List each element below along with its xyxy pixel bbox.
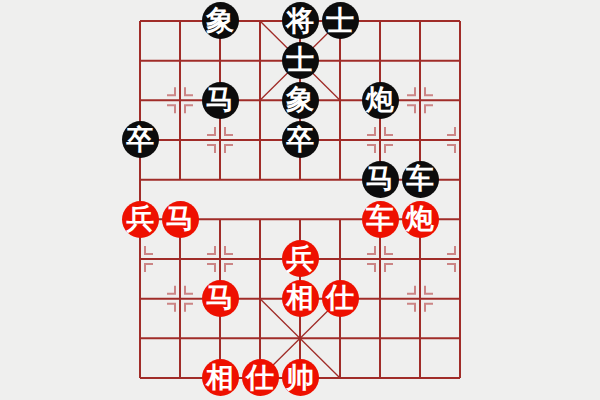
board-point: [440, 120, 480, 160]
board-point: [240, 199, 280, 239]
board-point: [440, 80, 480, 120]
board-point: [240, 239, 280, 279]
piece-black-elephant[interactable]: 象: [282, 82, 319, 119]
piece-red-advisor[interactable]: 仕: [322, 280, 359, 317]
board-point: 马: [160, 199, 200, 239]
board-point: [440, 318, 480, 358]
board-point: [200, 318, 240, 358]
board-point: [400, 1, 440, 41]
piece-black-horse[interactable]: 马: [362, 161, 399, 198]
piece-red-soldier[interactable]: 兵: [122, 201, 159, 238]
piece-red-horse[interactable]: 马: [202, 280, 239, 317]
board-point: [400, 279, 440, 319]
board-point: [160, 120, 200, 160]
board-point: [360, 120, 400, 160]
piece-red-elephant[interactable]: 相: [282, 280, 319, 317]
board-point: [400, 120, 440, 160]
board-point: [240, 80, 280, 120]
board-point: 炮: [400, 199, 440, 239]
board-point: [360, 358, 400, 398]
board-point: [240, 279, 280, 319]
board-point: [360, 239, 400, 279]
board-point: [160, 160, 200, 200]
board-point: 车: [360, 199, 400, 239]
board-point: [160, 41, 200, 81]
board-point: [400, 358, 440, 398]
board-point: 马: [200, 279, 240, 319]
board-point: [440, 1, 480, 41]
board-point: [280, 160, 320, 200]
piece-red-chariot[interactable]: 车: [362, 201, 399, 238]
board-point: 象: [200, 1, 240, 41]
board-point: [120, 239, 160, 279]
board-point: [160, 1, 200, 41]
board-point: [280, 318, 320, 358]
piece-black-chariot[interactable]: 车: [402, 161, 439, 198]
board-point: 仕: [320, 279, 360, 319]
board-point: [160, 279, 200, 319]
piece-red-general[interactable]: 帅: [282, 359, 319, 396]
board-point: [240, 318, 280, 358]
board-point: [440, 41, 480, 81]
board-point: [320, 358, 360, 398]
board-point: 车: [400, 160, 440, 200]
board-point: 帅: [280, 358, 320, 398]
piece-red-soldier[interactable]: 兵: [282, 240, 319, 277]
board-point: 马: [200, 80, 240, 120]
board-point: [320, 120, 360, 160]
board-point: 士: [320, 1, 360, 41]
board-point: [400, 239, 440, 279]
board-point: [160, 318, 200, 358]
board-point: 卒: [120, 120, 160, 160]
board-point: 兵: [280, 239, 320, 279]
board-point: [200, 120, 240, 160]
board-point: [240, 120, 280, 160]
piece-black-cannon[interactable]: 炮: [362, 82, 399, 119]
board-point: [440, 160, 480, 200]
piece-black-soldier[interactable]: 卒: [282, 121, 319, 158]
board-point: [360, 1, 400, 41]
board-point: [360, 279, 400, 319]
board-point: 仕: [240, 358, 280, 398]
board-point: [440, 199, 480, 239]
board-point: [120, 80, 160, 120]
board-point: [240, 41, 280, 81]
board-point: [160, 80, 200, 120]
piece-red-cannon[interactable]: 炮: [402, 201, 439, 238]
board-point: [320, 41, 360, 81]
piece-red-horse[interactable]: 马: [162, 201, 199, 238]
board-point: [320, 160, 360, 200]
piece-black-general[interactable]: 将: [282, 2, 319, 39]
piece-black-soldier[interactable]: 卒: [122, 121, 159, 158]
board-point: [400, 318, 440, 358]
board-point: [200, 199, 240, 239]
app-canvas: 象将士士马象炮卒卒马车兵马车炮兵马相仕相仕帅: [0, 0, 600, 400]
board-point: [200, 41, 240, 81]
piece-black-elephant[interactable]: 象: [202, 2, 239, 39]
piece-red-advisor[interactable]: 仕: [242, 359, 279, 396]
piece-red-elephant[interactable]: 相: [202, 359, 239, 396]
board-point: [440, 358, 480, 398]
board-point: [400, 80, 440, 120]
board-point: 相: [280, 279, 320, 319]
board-point: [200, 239, 240, 279]
board-point: 士: [280, 41, 320, 81]
board-point: [120, 1, 160, 41]
board-point: [360, 318, 400, 358]
board-point: 卒: [280, 120, 320, 160]
board-point: [440, 239, 480, 279]
piece-black-advisor[interactable]: 士: [282, 42, 319, 79]
piece-black-advisor[interactable]: 士: [322, 2, 359, 39]
board-point: [120, 318, 160, 358]
board-point: [240, 160, 280, 200]
board-point: 象: [280, 80, 320, 120]
board-point: [120, 160, 160, 200]
board-point: [400, 41, 440, 81]
board-point: [280, 199, 320, 239]
board-point: [200, 160, 240, 200]
xiangqi-board: 象将士士马象炮卒卒马车兵马车炮兵马相仕相仕帅: [120, 1, 480, 398]
board-point: [120, 41, 160, 81]
board-point: [320, 239, 360, 279]
board-point: 相: [200, 358, 240, 398]
board-point: [240, 1, 280, 41]
board-point: 马: [360, 160, 400, 200]
board-point: [320, 318, 360, 358]
board-point: 炮: [360, 80, 400, 120]
board-point: [160, 239, 200, 279]
board-point: [160, 358, 200, 398]
piece-black-horse[interactable]: 马: [202, 82, 239, 119]
board-point: [320, 80, 360, 120]
board-point: [360, 41, 400, 81]
board-point: [320, 199, 360, 239]
board-point: 将: [280, 1, 320, 41]
board-point: [120, 279, 160, 319]
board-point: [120, 358, 160, 398]
board-point: 兵: [120, 199, 160, 239]
board-point: [440, 279, 480, 319]
